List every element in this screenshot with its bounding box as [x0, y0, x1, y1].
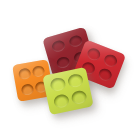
muffin-pan-green	[42, 67, 93, 115]
muffin-cup	[52, 93, 69, 109]
muffin-cup	[68, 34, 84, 48]
muffin-cup	[18, 68, 32, 81]
muffin-cup	[50, 39, 66, 53]
muffin-cup	[49, 77, 66, 93]
muffin-cup	[21, 83, 35, 96]
muffin-cup	[97, 67, 113, 83]
muffin-cup	[66, 73, 83, 89]
muffin-cup	[102, 52, 118, 68]
muffin-cup	[55, 56, 71, 70]
muffin-cup	[86, 46, 102, 62]
muffin-cup	[70, 90, 87, 106]
product-photo-silicone-muffin-pans	[0, 0, 140, 140]
